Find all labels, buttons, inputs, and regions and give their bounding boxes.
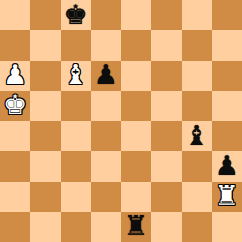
square-e1[interactable]: ♜ bbox=[121, 212, 151, 242]
square-e3[interactable] bbox=[121, 151, 151, 181]
white-bishop[interactable]: ♝ bbox=[64, 61, 88, 88]
square-e6[interactable] bbox=[121, 61, 151, 91]
square-c6[interactable]: ♝ bbox=[61, 61, 91, 91]
square-a3[interactable] bbox=[0, 151, 30, 181]
square-a8[interactable] bbox=[0, 0, 30, 30]
square-b8[interactable] bbox=[30, 0, 60, 30]
black-king[interactable]: ♚ bbox=[64, 1, 88, 28]
square-b2[interactable] bbox=[30, 182, 60, 212]
black-rook[interactable]: ♜ bbox=[124, 212, 148, 239]
square-b6[interactable] bbox=[30, 61, 60, 91]
square-e8[interactable] bbox=[121, 0, 151, 30]
black-pawn[interactable]: ♟ bbox=[215, 152, 239, 179]
square-f5[interactable] bbox=[151, 91, 181, 121]
square-f7[interactable] bbox=[151, 30, 181, 60]
square-d4[interactable] bbox=[91, 121, 121, 151]
square-h3[interactable]: ♟ bbox=[212, 151, 242, 181]
square-f8[interactable] bbox=[151, 0, 181, 30]
square-c1[interactable] bbox=[61, 212, 91, 242]
square-f4[interactable] bbox=[151, 121, 181, 151]
square-c5[interactable] bbox=[61, 91, 91, 121]
square-b1[interactable] bbox=[30, 212, 60, 242]
square-a6[interactable]: ♟ bbox=[0, 61, 30, 91]
square-f2[interactable] bbox=[151, 182, 181, 212]
white-pawn[interactable]: ♟ bbox=[3, 61, 27, 88]
square-g7[interactable] bbox=[182, 30, 212, 60]
square-h4[interactable] bbox=[212, 121, 242, 151]
square-c3[interactable] bbox=[61, 151, 91, 181]
square-h7[interactable] bbox=[212, 30, 242, 60]
square-g6[interactable] bbox=[182, 61, 212, 91]
square-e7[interactable] bbox=[121, 30, 151, 60]
square-g8[interactable] bbox=[182, 0, 212, 30]
square-d6[interactable]: ♟ bbox=[91, 61, 121, 91]
square-d7[interactable] bbox=[91, 30, 121, 60]
square-g2[interactable] bbox=[182, 182, 212, 212]
square-c7[interactable] bbox=[61, 30, 91, 60]
square-a7[interactable] bbox=[0, 30, 30, 60]
square-a5[interactable]: ♚ bbox=[0, 91, 30, 121]
square-h2[interactable]: ♜ bbox=[212, 182, 242, 212]
square-e2[interactable] bbox=[121, 182, 151, 212]
square-f3[interactable] bbox=[151, 151, 181, 181]
square-b7[interactable] bbox=[30, 30, 60, 60]
square-g3[interactable] bbox=[182, 151, 212, 181]
square-c8[interactable]: ♚ bbox=[61, 0, 91, 30]
square-c4[interactable] bbox=[61, 121, 91, 151]
black-pawn[interactable]: ♟ bbox=[94, 61, 118, 88]
square-b5[interactable] bbox=[30, 91, 60, 121]
square-g5[interactable] bbox=[182, 91, 212, 121]
square-d5[interactable] bbox=[91, 91, 121, 121]
white-king[interactable]: ♚ bbox=[3, 91, 27, 118]
square-d3[interactable] bbox=[91, 151, 121, 181]
square-d1[interactable] bbox=[91, 212, 121, 242]
square-d2[interactable] bbox=[91, 182, 121, 212]
square-b4[interactable] bbox=[30, 121, 60, 151]
square-d8[interactable] bbox=[91, 0, 121, 30]
square-h6[interactable] bbox=[212, 61, 242, 91]
square-e5[interactable] bbox=[121, 91, 151, 121]
square-h8[interactable] bbox=[212, 0, 242, 30]
square-e4[interactable] bbox=[121, 121, 151, 151]
square-b3[interactable] bbox=[30, 151, 60, 181]
square-a1[interactable] bbox=[0, 212, 30, 242]
square-f1[interactable] bbox=[151, 212, 181, 242]
square-h5[interactable] bbox=[212, 91, 242, 121]
square-g1[interactable] bbox=[182, 212, 212, 242]
square-a2[interactable] bbox=[0, 182, 30, 212]
square-g4[interactable]: ♝ bbox=[182, 121, 212, 151]
black-bishop[interactable]: ♝ bbox=[185, 122, 209, 149]
square-c2[interactable] bbox=[61, 182, 91, 212]
white-rook[interactable]: ♜ bbox=[215, 182, 239, 209]
square-a4[interactable] bbox=[0, 121, 30, 151]
square-h1[interactable] bbox=[212, 212, 242, 242]
chess-board: ♚♟♝♟♚♝♟♜♜ bbox=[0, 0, 242, 242]
square-f6[interactable] bbox=[151, 61, 181, 91]
